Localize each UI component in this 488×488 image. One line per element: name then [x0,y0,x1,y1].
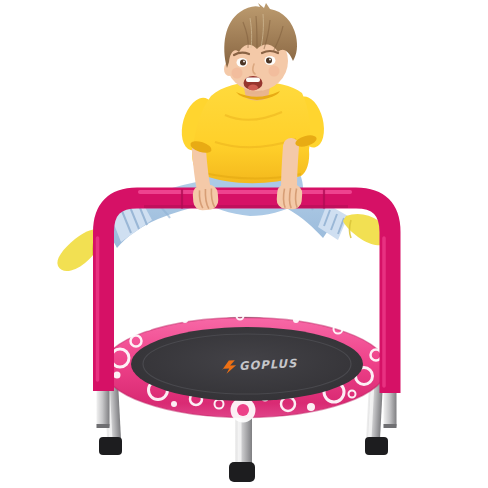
hand-right [276,183,303,210]
cheek-blush-left [232,68,243,79]
pole-end-cap-left [97,424,110,428]
teeth [246,78,260,83]
handlebar-pole-lower-right [384,388,397,428]
eye-pupil-left [240,60,246,66]
tongue [248,85,258,91]
trampoline-scene: GOPLUS [0,0,488,488]
forearm-right [289,146,291,188]
eye-glint-right [269,59,271,61]
eye-pupil-right [266,58,272,64]
leg-foot-right [365,437,388,455]
pole-end-cap-right [384,424,397,428]
cheek-blush-right [269,66,280,77]
hand-left [192,184,219,211]
leg-foot-left [99,437,122,455]
handlebar-pole-lower-left [97,386,110,428]
eye-glint-left [243,61,245,63]
forearm-left [199,150,204,190]
product-photo: GOPLUS [0,0,488,488]
leg-foot-center [229,462,255,482]
